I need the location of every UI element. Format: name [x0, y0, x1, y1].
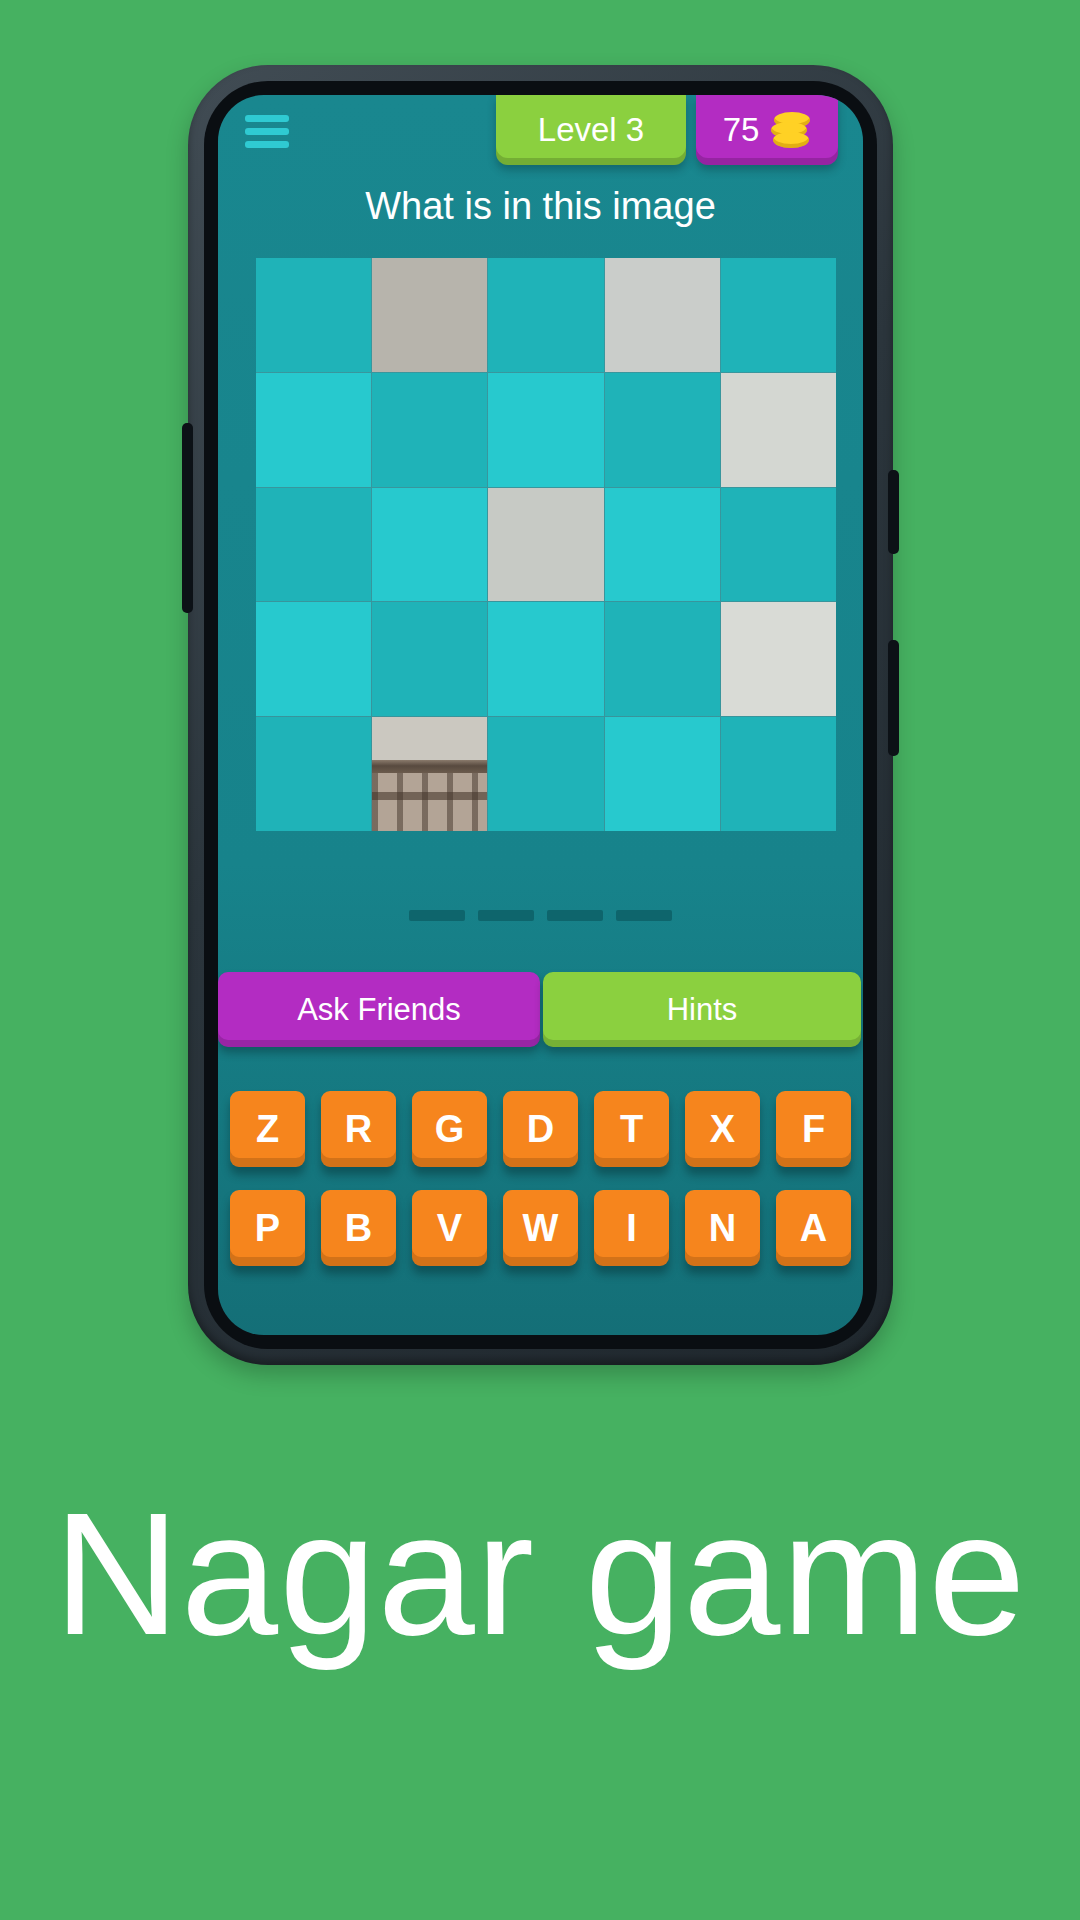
- revealed-photo-rail: [372, 760, 487, 773]
- answer-slot-4: [616, 910, 672, 921]
- coins-count: 75: [723, 111, 760, 149]
- menu-icon[interactable]: [245, 115, 291, 149]
- grid-tile-r4c1[interactable]: [256, 602, 371, 716]
- grid-tile-r4c2[interactable]: [372, 602, 487, 716]
- letter-keyboard: ZRGDTXFPBVWINA: [230, 1091, 851, 1289]
- answer-slots: [218, 910, 863, 921]
- coin-stack-icon: [771, 112, 811, 148]
- key-B[interactable]: B: [321, 1190, 396, 1266]
- level-label: Level 3: [538, 111, 644, 149]
- app-screen: Level 3 75 What is in this image Ask Fri…: [218, 95, 863, 1335]
- grid-tile-r2c1[interactable]: [256, 373, 371, 487]
- grid-tile-r5c2: [372, 717, 487, 831]
- key-A[interactable]: A: [776, 1190, 851, 1266]
- key-W[interactable]: W: [503, 1190, 578, 1266]
- key-Z[interactable]: Z: [230, 1091, 305, 1167]
- menu-bar: [245, 115, 289, 122]
- key-R[interactable]: R: [321, 1091, 396, 1167]
- answer-slot-2: [478, 910, 534, 921]
- key-N[interactable]: N: [685, 1190, 760, 1266]
- grid-tile-r5c1[interactable]: [256, 717, 371, 831]
- grid-tile-r4c3[interactable]: [488, 602, 603, 716]
- coins-badge[interactable]: 75: [696, 95, 838, 165]
- key-F[interactable]: F: [776, 1091, 851, 1167]
- key-X[interactable]: X: [685, 1091, 760, 1167]
- key-T[interactable]: T: [594, 1091, 669, 1167]
- grid-tile-r1c3[interactable]: [488, 258, 603, 372]
- key-D[interactable]: D: [503, 1091, 578, 1167]
- grid-tile-r2c4[interactable]: [605, 373, 720, 487]
- key-row-2: PBVWINA: [230, 1190, 851, 1266]
- grid-tile-r2c3[interactable]: [488, 373, 603, 487]
- app-title: Nagar game: [0, 1478, 1080, 1671]
- revealed-photo-wall: [372, 773, 487, 831]
- key-V[interactable]: V: [412, 1190, 487, 1266]
- puzzle-grid: [256, 258, 836, 831]
- side-button: [888, 640, 899, 756]
- menu-bar: [245, 141, 289, 148]
- grid-tile-r5c3[interactable]: [488, 717, 603, 831]
- volume-button: [182, 423, 193, 613]
- ask-friends-button[interactable]: Ask Friends: [218, 972, 540, 1047]
- power-button: [888, 470, 899, 554]
- level-badge[interactable]: Level 3: [496, 95, 686, 165]
- grid-tile-r1c1[interactable]: [256, 258, 371, 372]
- grid-tile-r1c5[interactable]: [721, 258, 836, 372]
- grid-tile-r3c4[interactable]: [605, 488, 720, 602]
- key-row-1: ZRGDTXF: [230, 1091, 851, 1167]
- menu-bar: [245, 128, 289, 135]
- grid-tile-r4c4[interactable]: [605, 602, 720, 716]
- grid-tile-r4c5: [721, 602, 836, 716]
- key-P[interactable]: P: [230, 1190, 305, 1266]
- answer-slot-1: [409, 910, 465, 921]
- grid-tile-r3c1[interactable]: [256, 488, 371, 602]
- phone-bezel: Level 3 75 What is in this image Ask Fri…: [204, 81, 877, 1349]
- grid-tile-r1c4: [605, 258, 720, 372]
- phone-frame: Level 3 75 What is in this image Ask Fri…: [188, 65, 893, 1365]
- grid-tile-r1c2: [372, 258, 487, 372]
- question-title: What is in this image: [218, 185, 863, 228]
- key-G[interactable]: G: [412, 1091, 487, 1167]
- grid-tile-r3c2[interactable]: [372, 488, 487, 602]
- grid-tile-r2c5: [721, 373, 836, 487]
- grid-tile-r3c5[interactable]: [721, 488, 836, 602]
- hints-button[interactable]: Hints: [543, 972, 861, 1047]
- grid-tile-r2c2[interactable]: [372, 373, 487, 487]
- key-I[interactable]: I: [594, 1190, 669, 1266]
- grid-tile-r5c5[interactable]: [721, 717, 836, 831]
- answer-slot-3: [547, 910, 603, 921]
- grid-tile-r5c4[interactable]: [605, 717, 720, 831]
- grid-tile-r3c3: [488, 488, 603, 602]
- revealed-photo-sky: [372, 717, 487, 763]
